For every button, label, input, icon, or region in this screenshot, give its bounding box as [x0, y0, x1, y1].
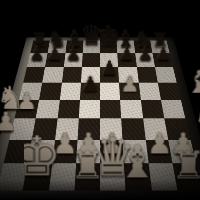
square-d8[interactable]	[83, 41, 100, 54]
square-f8[interactable]	[117, 41, 135, 54]
square-h6[interactable]	[155, 67, 177, 82]
square-f3[interactable]	[121, 118, 145, 139]
square-c6[interactable]	[62, 67, 82, 82]
square-h8[interactable]	[150, 41, 170, 54]
square-b7[interactable]	[45, 53, 65, 67]
chess-board: ♜♞♝♛♚♝♞♜♟♟♟♟♟♟♟♟♟♟♟♟♟♟♟♚♜♛♝♜♞♟♝♞	[0, 37, 200, 199]
square-d3[interactable]	[77, 118, 100, 139]
square-e4[interactable]	[100, 100, 121, 119]
square-f5[interactable]	[119, 83, 140, 100]
square-f6[interactable]	[118, 67, 138, 82]
square-e5[interactable]	[100, 83, 120, 100]
square-b6[interactable]	[42, 67, 63, 82]
square-c4[interactable]	[57, 100, 80, 119]
square-d2[interactable]	[76, 140, 100, 164]
square-e8[interactable]	[100, 41, 117, 54]
square-c5[interactable]	[60, 83, 81, 100]
square-d1[interactable]	[74, 164, 100, 191]
square-b1[interactable]	[23, 164, 52, 191]
square-e6[interactable]	[100, 67, 119, 82]
square-f7[interactable]	[117, 53, 136, 67]
board-squares	[0, 41, 200, 191]
chess-scene: ♜♞♝♛♚♝♞♜♟♟♟♟♟♟♟♟♟♟♟♟♟♟♟♚♜♛♝♜♞♟♝♞	[0, 0, 200, 200]
square-d4[interactable]	[79, 100, 100, 119]
square-b3[interactable]	[32, 118, 57, 139]
square-b5[interactable]	[39, 83, 61, 100]
square-e2[interactable]	[100, 140, 124, 164]
square-e3[interactable]	[100, 118, 123, 139]
square-e1[interactable]	[100, 164, 126, 191]
square-c7[interactable]	[63, 53, 82, 67]
square-c1[interactable]	[49, 164, 76, 191]
square-h7[interactable]	[152, 53, 173, 67]
square-c2[interactable]	[52, 140, 78, 164]
square-b2[interactable]	[28, 140, 55, 164]
square-d5[interactable]	[80, 83, 100, 100]
square-h4[interactable]	[161, 100, 186, 119]
square-f1[interactable]	[124, 164, 151, 191]
square-d6[interactable]	[81, 67, 100, 82]
square-e7[interactable]	[100, 53, 118, 67]
square-c3[interactable]	[55, 118, 79, 139]
square-h5[interactable]	[158, 83, 181, 100]
square-d7[interactable]	[82, 53, 100, 67]
square-b8[interactable]	[48, 41, 67, 54]
square-f4[interactable]	[120, 100, 143, 119]
square-h1[interactable]	[172, 164, 200, 191]
square-b4[interactable]	[36, 100, 60, 119]
square-f2[interactable]	[123, 140, 149, 164]
square-c8[interactable]	[65, 41, 83, 54]
